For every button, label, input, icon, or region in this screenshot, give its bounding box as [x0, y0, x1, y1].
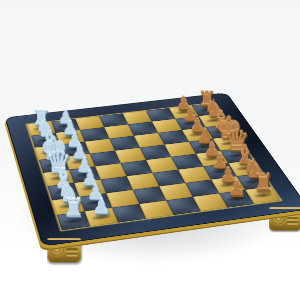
piece-shadow — [79, 185, 101, 192]
piece-shadow — [209, 168, 231, 175]
piece-shadow — [57, 202, 80, 210]
chess-set-photo: ♜♞♝♛♚♝♞♜♟♟♟♟♟♟♟♟♟♟♟♟♟♟♟♟♜♞♝♛♚♝♞♜ — [0, 0, 300, 300]
piece-shadow — [90, 213, 113, 221]
piece-shadow — [243, 178, 266, 185]
piece-shadow — [234, 165, 256, 172]
piece-shadow — [225, 195, 248, 203]
piece-shadow — [43, 162, 64, 169]
piece-shadow — [74, 171, 96, 178]
piece-shadow — [48, 175, 70, 182]
piece-shadow — [251, 192, 274, 200]
piece-shadow — [84, 199, 107, 207]
piece-white-pawn-b2: ♟ — [80, 174, 112, 202]
piece-shadow — [62, 217, 85, 225]
piece-shadow — [52, 188, 74, 196]
piece-shadow — [217, 181, 240, 188]
